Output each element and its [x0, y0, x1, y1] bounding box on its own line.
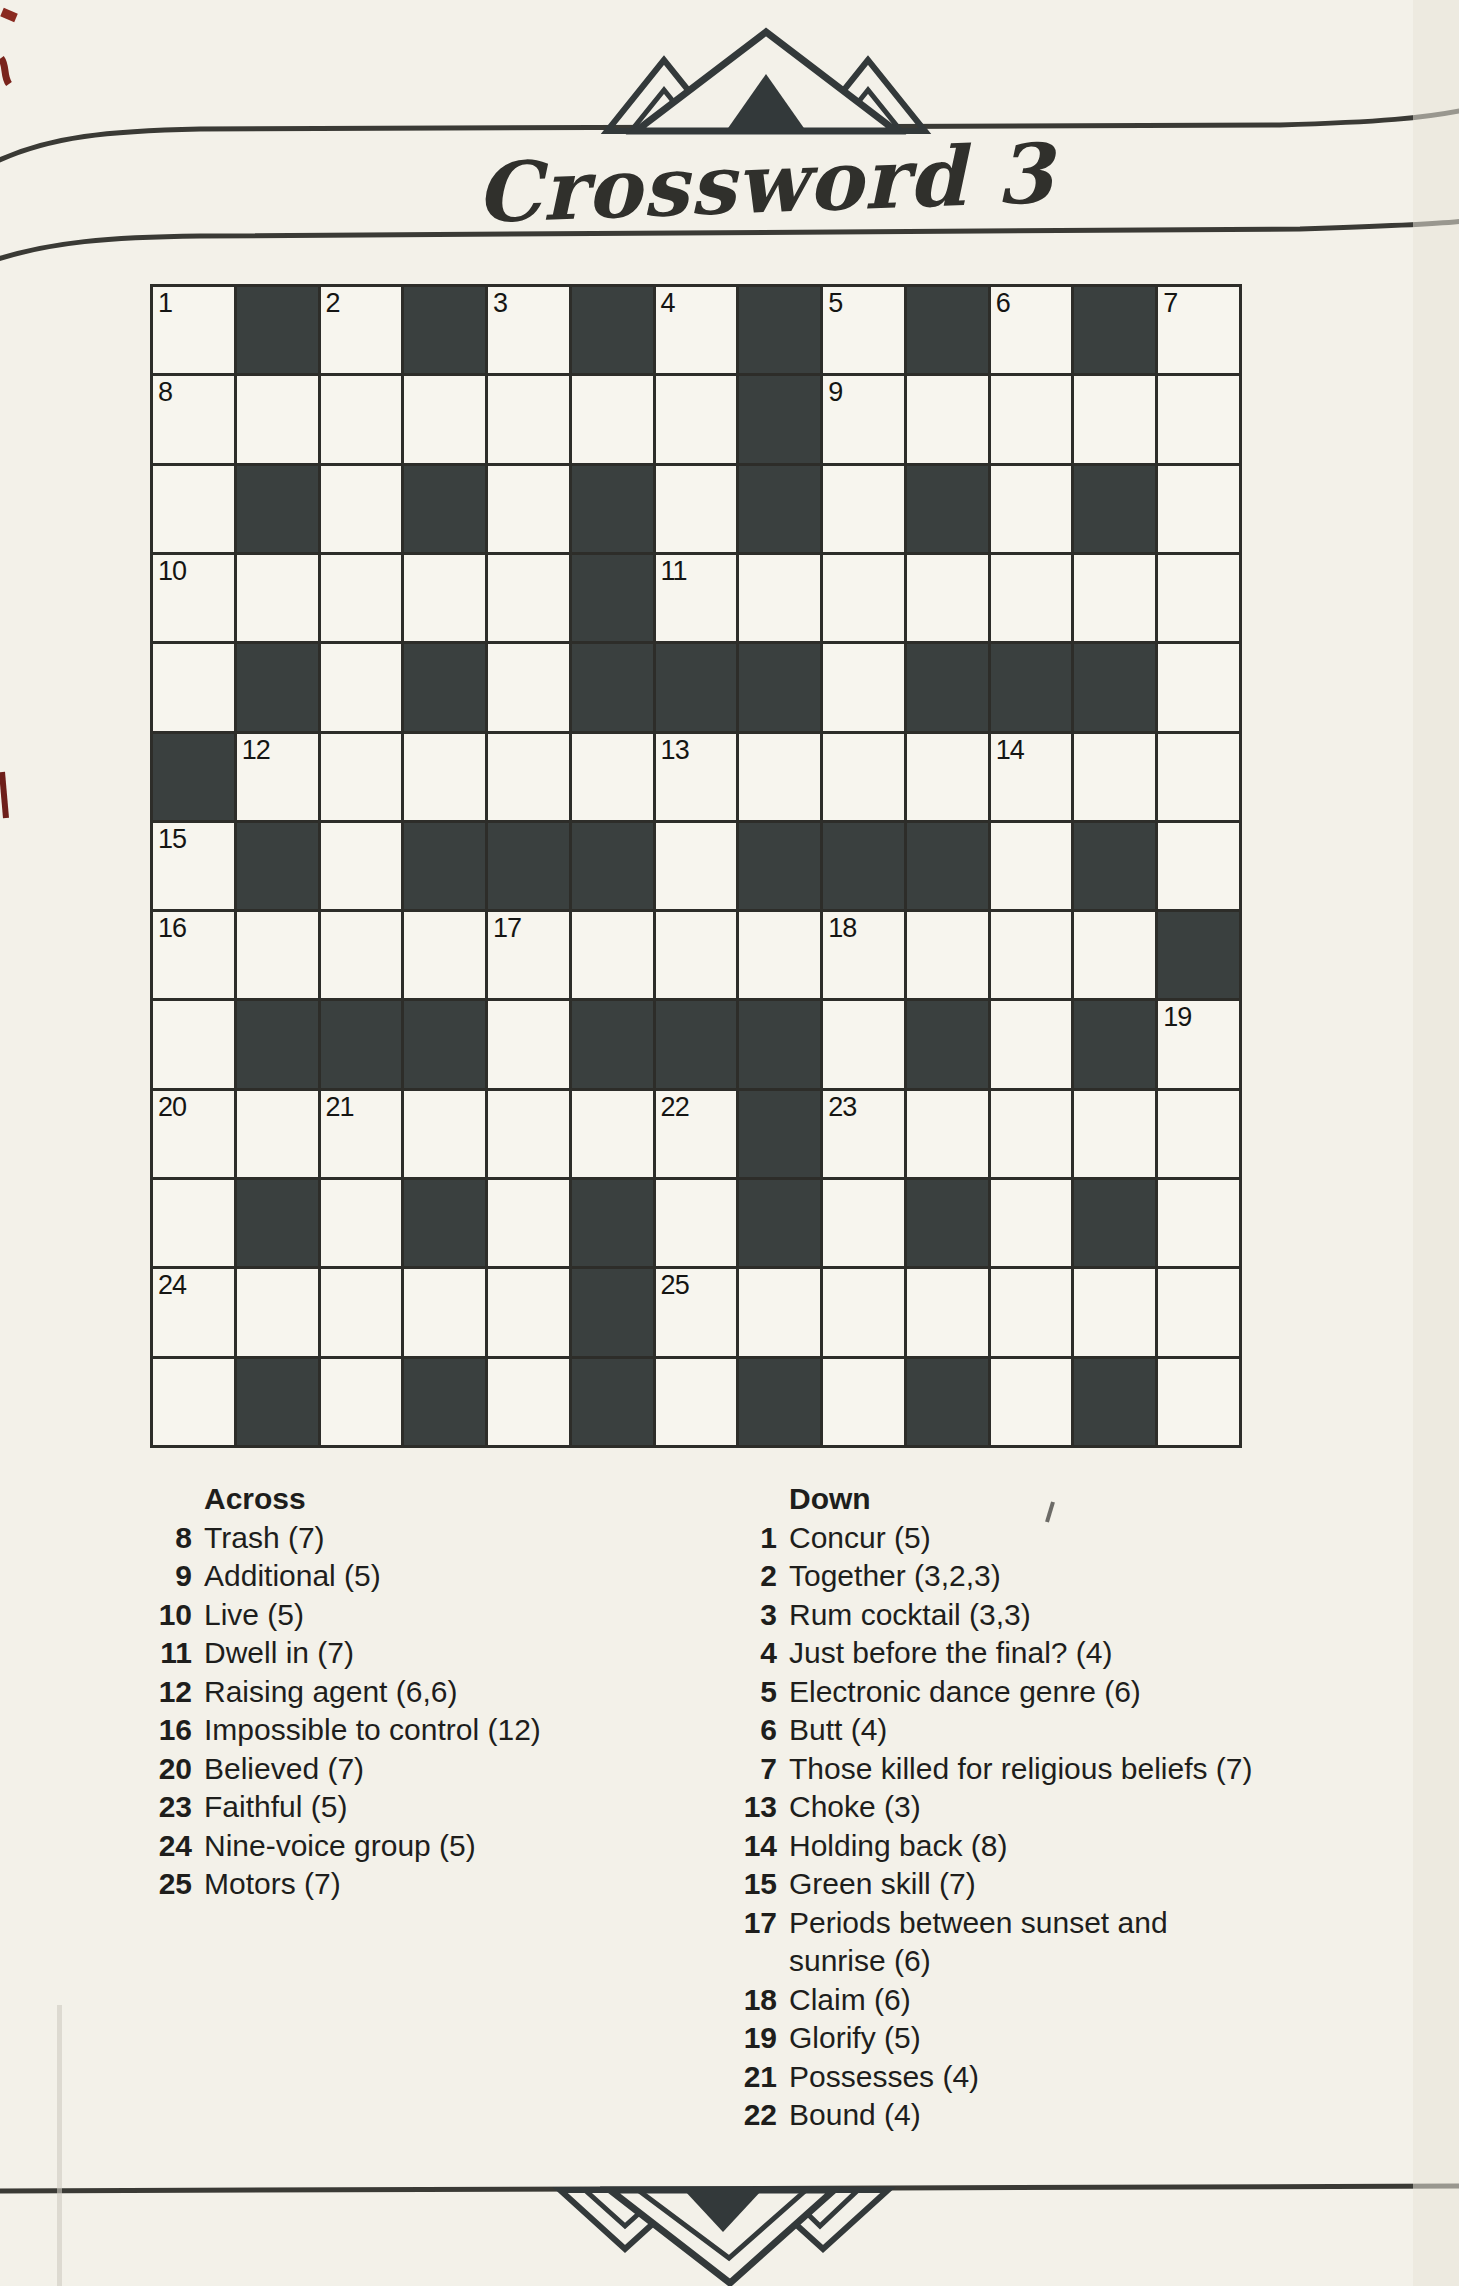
- clue-number: 23: [142, 1788, 204, 1827]
- cell-number: 13: [661, 735, 689, 766]
- down-clue-4: 4Just before the final? (4): [735, 1634, 1355, 1673]
- grid-cell-r8c1[interactable]: 16: [153, 912, 234, 998]
- clue-text: Rum cocktail (3,3): [789, 1596, 1031, 1635]
- down-clue-7: 7Those killed for religious beliefs (7): [735, 1750, 1355, 1789]
- grid-cell-r7c12: [1074, 823, 1155, 909]
- grid-cell-r6c6[interactable]: [572, 734, 653, 820]
- grid-cell-r6c3[interactable]: [321, 734, 402, 820]
- grid-cell-r5c11: [991, 644, 1072, 730]
- grid-cell-r5c3[interactable]: [321, 644, 402, 730]
- down-clue-18: 18Claim (6): [735, 1981, 1355, 2020]
- grid-cell-r12c6: [572, 1269, 653, 1355]
- grid-cell-r12c11[interactable]: [991, 1269, 1072, 1355]
- clue-text: Those killed for religious beliefs (7): [789, 1750, 1253, 1789]
- clue-number: 8: [142, 1519, 204, 1558]
- cell-number: 4: [661, 288, 675, 319]
- grid-cell-r10c11[interactable]: [991, 1091, 1072, 1177]
- clue-number: 9: [142, 1557, 204, 1596]
- grid-cell-r2c11[interactable]: [991, 376, 1072, 462]
- grid-cell-r12c3[interactable]: [321, 1269, 402, 1355]
- clue-number: 16: [142, 1711, 204, 1750]
- grid-cell-r7c10: [907, 823, 988, 909]
- grid-cell-r11c9[interactable]: [823, 1180, 904, 1266]
- clue-number: 21: [735, 2058, 789, 2097]
- grid-cell-r12c7[interactable]: 25: [656, 1269, 737, 1355]
- grid-cell-r7c2: [237, 823, 318, 909]
- grid-cell-r13c2: [237, 1359, 318, 1445]
- grid-cell-r12c10[interactable]: [907, 1269, 988, 1355]
- grid-cell-r9c6: [572, 1001, 653, 1087]
- grid-cell-r3c2: [237, 466, 318, 552]
- cell-number: 1: [158, 288, 172, 319]
- down-clue-17: 17Periods between sunset and sunrise (6): [735, 1904, 1355, 1981]
- grid-cell-r13c6: [572, 1359, 653, 1445]
- down-heading: Down: [789, 1480, 1355, 1519]
- cell-number: 19: [1163, 1002, 1191, 1033]
- grid-cell-r10c9[interactable]: 23: [823, 1091, 904, 1177]
- clue-number: 19: [735, 2019, 789, 2058]
- grid-cell-r4c6: [572, 555, 653, 641]
- grid-cell-r13c5[interactable]: [488, 1359, 569, 1445]
- grid-cell-r7c5: [488, 823, 569, 909]
- cell-number: 5: [828, 288, 842, 319]
- cell-number: 11: [661, 556, 687, 587]
- grid-cell-r5c2: [237, 644, 318, 730]
- clue-number: 15: [735, 1865, 789, 1904]
- cell-number: 23: [828, 1092, 856, 1123]
- cell-number: 9: [828, 377, 842, 408]
- down-clue-3: 3Rum cocktail (3,3): [735, 1596, 1355, 1635]
- clue-text: Impossible to control (12): [204, 1711, 541, 1750]
- grid-cell-r9c7: [656, 1001, 737, 1087]
- cell-number: 17: [493, 913, 521, 944]
- grid-cell-r5c5[interactable]: [488, 644, 569, 730]
- grid-cell-r1c6: [572, 287, 653, 373]
- grid-cell-r4c12[interactable]: [1074, 555, 1155, 641]
- down-clue-19: 19Glorify (5): [735, 2019, 1355, 2058]
- grid-cell-r12c2[interactable]: [237, 1269, 318, 1355]
- grid-cell-r5c12: [1074, 644, 1155, 730]
- clue-number: 2: [735, 1557, 789, 1596]
- clue-number: 18: [735, 1981, 789, 2020]
- clue-text: Bound (4): [789, 2096, 921, 2135]
- grid-cell-r13c11[interactable]: [991, 1359, 1072, 1445]
- grid-cell-r10c10[interactable]: [907, 1091, 988, 1177]
- grid-cell-r5c4: [404, 644, 485, 730]
- grid-cell-r10c6[interactable]: [572, 1091, 653, 1177]
- grid-cell-r11c8: [739, 1180, 820, 1266]
- grid-cell-r8c5[interactable]: 17: [488, 912, 569, 998]
- grid-cell-r13c1[interactable]: [153, 1359, 234, 1445]
- grid-cell-r11c10: [907, 1180, 988, 1266]
- grid-cell-r7c1[interactable]: 15: [153, 823, 234, 909]
- clue-number: 14: [735, 1827, 789, 1866]
- cell-number: 14: [996, 735, 1024, 766]
- clue-number: 3: [735, 1596, 789, 1635]
- grid-cell-r8c2[interactable]: [237, 912, 318, 998]
- grid-cell-r1c10: [907, 287, 988, 373]
- clue-text: Additional (5): [204, 1557, 381, 1596]
- grid-cell-r3c1[interactable]: [153, 466, 234, 552]
- grid-cell-r6c2[interactable]: 12: [237, 734, 318, 820]
- down-clue-22: 22Bound (4): [735, 2096, 1355, 2135]
- clue-text: Trash (7): [204, 1519, 325, 1558]
- grid-cell-r11c4: [404, 1180, 485, 1266]
- grid-cell-r3c8: [739, 466, 820, 552]
- grid-cell-r12c12[interactable]: [1074, 1269, 1155, 1355]
- page-title: Crossword 3: [69, 118, 1459, 248]
- grid-cell-r11c3[interactable]: [321, 1180, 402, 1266]
- grid-cell-r9c11[interactable]: [991, 1001, 1072, 1087]
- clue-number: 20: [142, 1750, 204, 1789]
- grid-cell-r1c8: [739, 287, 820, 373]
- grid-cell-r10c2[interactable]: [237, 1091, 318, 1177]
- grid-cell-r13c3[interactable]: [321, 1359, 402, 1445]
- clue-text: Holding back (8): [789, 1827, 1007, 1866]
- clue-text: Motors (7): [204, 1865, 341, 1904]
- cell-number: 21: [326, 1092, 354, 1123]
- grid-cell-r1c9[interactable]: 5: [823, 287, 904, 373]
- grid-cell-r7c11[interactable]: [991, 823, 1072, 909]
- crossword-grid: 1234567891011121314151617181920212223242…: [150, 284, 1242, 1448]
- cell-number: 6: [996, 288, 1010, 319]
- grid-cell-r7c7[interactable]: [656, 823, 737, 909]
- grid-cell-r6c11[interactable]: 14: [991, 734, 1072, 820]
- clue-number: 24: [142, 1827, 204, 1866]
- grid-cell-r4c10[interactable]: [907, 555, 988, 641]
- cell-number: 25: [661, 1270, 689, 1301]
- grid-cell-r7c13[interactable]: [1158, 823, 1239, 909]
- grid-cell-r2c6[interactable]: [572, 376, 653, 462]
- clue-number: 5: [735, 1673, 789, 1712]
- grid-cell-r5c7: [656, 644, 737, 730]
- grid-cell-r3c7[interactable]: [656, 466, 737, 552]
- clue-number: 12: [142, 1673, 204, 1712]
- grid-cell-r7c4: [404, 823, 485, 909]
- grid-cell-r11c2: [237, 1180, 318, 1266]
- cell-number: 3: [493, 288, 507, 319]
- grid-cell-r8c11[interactable]: [991, 912, 1072, 998]
- cell-number: 22: [661, 1092, 689, 1123]
- across-clue-20: 20Believed (7): [142, 1750, 717, 1789]
- grid-cell-r2c4[interactable]: [404, 376, 485, 462]
- grid-cell-r8c12[interactable]: [1074, 912, 1155, 998]
- grid-cell-r8c10[interactable]: [907, 912, 988, 998]
- grid-cell-r8c3[interactable]: [321, 912, 402, 998]
- clue-number: 17: [735, 1904, 789, 1981]
- grid-cell-r2c9[interactable]: 9: [823, 376, 904, 462]
- grid-cell-r1c7[interactable]: 4: [656, 287, 737, 373]
- across-heading: Across: [204, 1480, 717, 1519]
- grid-cell-r4c13[interactable]: [1158, 555, 1239, 641]
- across-clue-25: 25Motors (7): [142, 1865, 717, 1904]
- down-clues-section: Down 1Concur (5)2Together (3,2,3)3Rum co…: [735, 1480, 1355, 2135]
- grid-cell-r10c12[interactable]: [1074, 1091, 1155, 1177]
- grid-cell-r6c12[interactable]: [1074, 734, 1155, 820]
- clue-number: 25: [142, 1865, 204, 1904]
- grid-cell-r4c7[interactable]: 11: [656, 555, 737, 641]
- grid-cell-r3c9[interactable]: [823, 466, 904, 552]
- cell-number: 16: [158, 913, 186, 944]
- grid-cell-r7c3[interactable]: [321, 823, 402, 909]
- grid-cell-r4c2[interactable]: [237, 555, 318, 641]
- grid-cell-r8c8[interactable]: [739, 912, 820, 998]
- grid-cell-r9c13[interactable]: 19: [1158, 1001, 1239, 1087]
- grid-cell-r9c12: [1074, 1001, 1155, 1087]
- grid-cell-r4c1[interactable]: 10: [153, 555, 234, 641]
- grid-cell-r9c1[interactable]: [153, 1001, 234, 1087]
- grid-cell-r1c1[interactable]: 1: [153, 287, 234, 373]
- grid-cell-r4c8[interactable]: [739, 555, 820, 641]
- bottom-motif-icon: [0, 2186, 1459, 2283]
- grid-cell-r6c4[interactable]: [404, 734, 485, 820]
- grid-cell-r5c8: [739, 644, 820, 730]
- grid-cell-r3c13[interactable]: [1158, 466, 1239, 552]
- grid-cell-r6c10[interactable]: [907, 734, 988, 820]
- grid-cell-r12c4[interactable]: [404, 1269, 485, 1355]
- grid-cell-r1c12: [1074, 287, 1155, 373]
- grid-cell-r10c5[interactable]: [488, 1091, 569, 1177]
- grid-cell-r11c12: [1074, 1180, 1155, 1266]
- grid-cell-r3c12: [1074, 466, 1155, 552]
- clue-text: Green skill (7): [789, 1865, 976, 1904]
- grid-cell-r3c10: [907, 466, 988, 552]
- grid-cell-r9c10: [907, 1001, 988, 1087]
- clue-text: Live (5): [204, 1596, 304, 1635]
- across-clue-23: 23Faithful (5): [142, 1788, 717, 1827]
- across-clues-section: Across 8Trash (7)9Additional (5)10Live (…: [142, 1480, 717, 1904]
- grid-cell-r4c5[interactable]: [488, 555, 569, 641]
- grid-cell-r2c2[interactable]: [237, 376, 318, 462]
- down-clue-13: 13Choke (3): [735, 1788, 1355, 1827]
- cell-number: 24: [158, 1270, 186, 1301]
- grid-cell-r13c7[interactable]: [656, 1359, 737, 1445]
- grid-cell-r2c8: [739, 376, 820, 462]
- grid-cell-r9c8: [739, 1001, 820, 1087]
- grid-cell-r1c13[interactable]: 7: [1158, 287, 1239, 373]
- grid-cell-r6c8[interactable]: [739, 734, 820, 820]
- grid-cell-r10c7[interactable]: 22: [656, 1091, 737, 1177]
- down-clue-14: 14Holding back (8): [735, 1827, 1355, 1866]
- grid-cell-r8c9[interactable]: 18: [823, 912, 904, 998]
- clue-number: 7: [735, 1750, 789, 1789]
- grid-cell-r3c5[interactable]: [488, 466, 569, 552]
- grid-cell-r6c9[interactable]: [823, 734, 904, 820]
- grid-cell-r5c13[interactable]: [1158, 644, 1239, 730]
- grid-cell-r5c1[interactable]: [153, 644, 234, 730]
- down-clue-2: 2Together (3,2,3): [735, 1557, 1355, 1596]
- grid-cell-r12c1[interactable]: 24: [153, 1269, 234, 1355]
- clue-number: 22: [735, 2096, 789, 2135]
- cell-number: 7: [1163, 288, 1177, 319]
- grid-cell-r2c3[interactable]: [321, 376, 402, 462]
- clue-text: Believed (7): [204, 1750, 364, 1789]
- grid-cell-r6c13[interactable]: [1158, 734, 1239, 820]
- across-clue-16: 16Impossible to control (12): [142, 1711, 717, 1750]
- grid-cell-r11c6: [572, 1180, 653, 1266]
- grid-cell-r12c9[interactable]: [823, 1269, 904, 1355]
- grid-cell-r3c6: [572, 466, 653, 552]
- clue-text: Just before the final? (4): [789, 1634, 1113, 1673]
- grid-cell-r1c2: [237, 287, 318, 373]
- grid-cell-r1c5[interactable]: 3: [488, 287, 569, 373]
- grid-cell-r8c13: [1158, 912, 1239, 998]
- clue-text: Together (3,2,3): [789, 1557, 1001, 1596]
- clue-text: Raising agent (6,6): [204, 1673, 457, 1712]
- grid-cell-r7c9: [823, 823, 904, 909]
- grid-cell-r12c13[interactable]: [1158, 1269, 1239, 1355]
- cell-number: 18: [828, 913, 856, 944]
- across-clue-9: 9Additional (5): [142, 1557, 717, 1596]
- grid-cell-r6c7[interactable]: 13: [656, 734, 737, 820]
- clue-text: Glorify (5): [789, 2019, 921, 2058]
- clue-text: Dwell in (7): [204, 1634, 354, 1673]
- grid-cell-r13c13[interactable]: [1158, 1359, 1239, 1445]
- grid-cell-r2c7[interactable]: [656, 376, 737, 462]
- across-clue-24: 24Nine-voice group (5): [142, 1827, 717, 1866]
- clue-number: 10: [142, 1596, 204, 1635]
- grid-cell-r4c11[interactable]: [991, 555, 1072, 641]
- grid-cell-r5c10: [907, 644, 988, 730]
- clue-text: Faithful (5): [204, 1788, 347, 1827]
- down-clue-6: 6Butt (4): [735, 1711, 1355, 1750]
- cell-number: 20: [158, 1092, 186, 1123]
- down-clue-15: 15Green skill (7): [735, 1865, 1355, 1904]
- across-clue-10: 10Live (5): [142, 1596, 717, 1635]
- grid-cell-r10c1[interactable]: 20: [153, 1091, 234, 1177]
- cell-number: 8: [158, 377, 172, 408]
- cell-number: 12: [242, 735, 270, 766]
- across-clue-11: 11Dwell in (7): [142, 1634, 717, 1673]
- grid-cell-r11c11[interactable]: [991, 1180, 1072, 1266]
- grid-cell-r13c12: [1074, 1359, 1155, 1445]
- grid-cell-r10c13[interactable]: [1158, 1091, 1239, 1177]
- grid-cell-r2c12[interactable]: [1074, 376, 1155, 462]
- down-clue-21: 21Possesses (4): [735, 2058, 1355, 2097]
- grid-cell-r1c11[interactable]: 6: [991, 287, 1072, 373]
- grid-cell-r10c3[interactable]: 21: [321, 1091, 402, 1177]
- cell-number: 2: [326, 288, 340, 319]
- scanned-crossword-page: { "game": "crossword", "title": "Crosswo…: [0, 0, 1459, 2286]
- grid-cell-r6c5[interactable]: [488, 734, 569, 820]
- clue-text: Choke (3): [789, 1788, 921, 1827]
- clue-number: 4: [735, 1634, 789, 1673]
- clue-text: Possesses (4): [789, 2058, 979, 2097]
- clue-number: 1: [735, 1519, 789, 1558]
- mountain-motif-icon: [607, 32, 925, 131]
- clue-text: Nine-voice group (5): [204, 1827, 476, 1866]
- grid-cell-r5c6: [572, 644, 653, 730]
- grid-cell-r2c10[interactable]: [907, 376, 988, 462]
- clue-text: Periods between sunset and sunrise (6): [789, 1904, 1168, 1981]
- grid-cell-r1c4: [404, 287, 485, 373]
- grid-cell-r3c3[interactable]: [321, 466, 402, 552]
- grid-cell-r3c4: [404, 466, 485, 552]
- grid-cell-r10c8: [739, 1091, 820, 1177]
- grid-cell-r11c1[interactable]: [153, 1180, 234, 1266]
- grid-cell-r9c4: [404, 1001, 485, 1087]
- clue-text: Electronic dance genre (6): [789, 1673, 1141, 1712]
- across-clue-12: 12Raising agent (6,6): [142, 1673, 717, 1712]
- grid-cell-r2c13[interactable]: [1158, 376, 1239, 462]
- clue-text: Concur (5): [789, 1519, 931, 1558]
- clue-number: 13: [735, 1788, 789, 1827]
- grid-cell-r2c1[interactable]: 8: [153, 376, 234, 462]
- grid-cell-r7c6: [572, 823, 653, 909]
- grid-cell-r13c4: [404, 1359, 485, 1445]
- cell-number: 15: [158, 824, 186, 855]
- grid-cell-r9c9[interactable]: [823, 1001, 904, 1087]
- grid-cell-r13c9[interactable]: [823, 1359, 904, 1445]
- grid-cell-r2c5[interactable]: [488, 376, 569, 462]
- grid-cell-r9c5[interactable]: [488, 1001, 569, 1087]
- grid-cell-r13c8: [739, 1359, 820, 1445]
- across-clue-8: 8Trash (7): [142, 1519, 717, 1558]
- grid-cell-r4c3[interactable]: [321, 555, 402, 641]
- grid-cell-r6c1: [153, 734, 234, 820]
- grid-cell-r3c11[interactable]: [991, 466, 1072, 552]
- grid-cell-r11c7[interactable]: [656, 1180, 737, 1266]
- down-clue-5: 5Electronic dance genre (6): [735, 1673, 1355, 1712]
- grid-cell-r11c5[interactable]: [488, 1180, 569, 1266]
- grid-cell-r8c7[interactable]: [656, 912, 737, 998]
- grid-cell-r7c8: [739, 823, 820, 909]
- down-clue-1: 1Concur (5): [735, 1519, 1355, 1558]
- grid-cell-r12c8[interactable]: [739, 1269, 820, 1355]
- clue-text: Claim (6): [789, 1981, 911, 2020]
- grid-cell-r9c3: [321, 1001, 402, 1087]
- grid-cell-r9c2: [237, 1001, 318, 1087]
- clue-number: 6: [735, 1711, 789, 1750]
- grid-cell-r11c13[interactable]: [1158, 1180, 1239, 1266]
- cell-number: 10: [158, 556, 186, 587]
- clue-text: Butt (4): [789, 1711, 887, 1750]
- grid-cell-r8c6[interactable]: [572, 912, 653, 998]
- grid-cell-r10c4[interactable]: [404, 1091, 485, 1177]
- grid-cell-r4c9[interactable]: [823, 555, 904, 641]
- grid-cell-r13c10: [907, 1359, 988, 1445]
- grid-cell-r1c3[interactable]: 2: [321, 287, 402, 373]
- grid-cell-r4c4[interactable]: [404, 555, 485, 641]
- grid-cell-r8c4[interactable]: [404, 912, 485, 998]
- clue-number: 11: [142, 1634, 204, 1673]
- grid-cell-r5c9[interactable]: [823, 644, 904, 730]
- grid-cell-r12c5[interactable]: [488, 1269, 569, 1355]
